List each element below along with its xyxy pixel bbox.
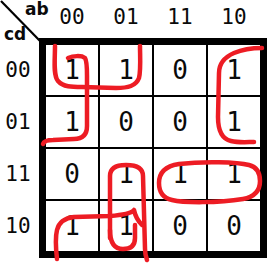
cell-cd00-ab10: 1 xyxy=(207,44,261,96)
kmap-grid: 1 1 0 1 1 0 0 1 0 1 1 1 1 1 0 0 xyxy=(39,38,267,258)
col-header-ab11: 11 xyxy=(153,5,207,29)
cell-cd10-ab00: 1 xyxy=(45,200,99,252)
row-header-cd11: 11 xyxy=(0,148,36,200)
col-header-ab01: 01 xyxy=(99,5,153,29)
cell-cd11-ab10: 1 xyxy=(207,148,261,200)
row-header-cd00: 00 xyxy=(0,44,36,96)
cell-cd11-ab01: 1 xyxy=(99,148,153,200)
col-header-ab10: 10 xyxy=(207,5,261,29)
cell-cd01-ab10: 1 xyxy=(207,96,261,148)
cell-cd10-ab01: 1 xyxy=(99,200,153,252)
kmap-diagram: ab cd 00 01 11 10 00 01 11 10 1 1 0 1 1 … xyxy=(0,0,267,267)
cell-cd01-ab01: 0 xyxy=(99,96,153,148)
cell-cd01-ab11: 0 xyxy=(153,96,207,148)
row-header-cd01: 01 xyxy=(0,96,36,148)
cell-cd00-ab11: 0 xyxy=(153,44,207,96)
cell-cd00-ab00: 1 xyxy=(45,44,99,96)
cell-cd10-ab10: 0 xyxy=(207,200,261,252)
cell-cd10-ab11: 0 xyxy=(153,200,207,252)
cell-cd00-ab01: 1 xyxy=(99,44,153,96)
col-header-ab00: 00 xyxy=(45,5,99,29)
cell-cd11-ab11: 1 xyxy=(153,148,207,200)
cell-cd11-ab00: 0 xyxy=(45,148,99,200)
row-header-cd10: 10 xyxy=(0,200,36,252)
row-variable-label: cd xyxy=(4,25,26,43)
cell-cd01-ab00: 1 xyxy=(45,96,99,148)
